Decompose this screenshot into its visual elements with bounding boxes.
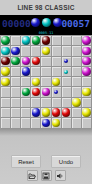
board-cell[interactable]: [41, 46, 51, 56]
next-ball-cyan: [42, 18, 51, 27]
ball-red[interactable]: [32, 57, 41, 66]
score-bar: 00000 00057 0005-11: [0, 15, 92, 35]
board-cell[interactable]: [52, 108, 62, 118]
folder-icon: [28, 172, 36, 180]
board-cell[interactable]: [72, 108, 82, 118]
ball-dark_red[interactable]: [1, 57, 10, 66]
board-cell[interactable]: [62, 57, 72, 67]
board-cell[interactable]: [62, 36, 72, 46]
page-title: LINE 98 CLASSIC: [17, 4, 74, 11]
board-cell[interactable]: [31, 77, 41, 87]
board-cell[interactable]: [52, 57, 62, 67]
board-cell[interactable]: [31, 67, 41, 77]
board-cell[interactable]: [82, 67, 92, 77]
board-cell[interactable]: [62, 46, 72, 56]
board-cell[interactable]: [11, 108, 21, 118]
board-cell[interactable]: [62, 77, 72, 87]
board-cell[interactable]: [21, 87, 31, 97]
board-cell[interactable]: [72, 46, 82, 56]
board-cell[interactable]: [31, 108, 41, 118]
ball-yellow[interactable]: [42, 47, 51, 56]
ball-yellow[interactable]: [82, 88, 91, 97]
board-cell[interactable]: [21, 36, 31, 46]
ball-blue[interactable]: [32, 108, 41, 117]
board-cell[interactable]: [52, 77, 62, 87]
board-cell[interactable]: [41, 67, 51, 77]
ball-yellow[interactable]: [52, 119, 61, 128]
ball-dark_red[interactable]: [42, 36, 51, 45]
board-cell[interactable]: [31, 57, 41, 67]
board-cell[interactable]: [21, 108, 31, 118]
board-cell[interactable]: [1, 118, 11, 128]
board-cell[interactable]: [1, 46, 11, 56]
board-cell[interactable]: [82, 77, 92, 87]
board-cell[interactable]: [11, 57, 21, 67]
ball-magenta[interactable]: [82, 36, 91, 45]
ball-green[interactable]: [11, 57, 20, 66]
board-cell[interactable]: [41, 98, 51, 108]
board: [0, 35, 92, 129]
board-cell[interactable]: [21, 46, 31, 56]
board-cell[interactable]: [11, 67, 21, 77]
board-cell[interactable]: [52, 67, 62, 77]
board-cell[interactable]: [31, 87, 41, 97]
board-cell[interactable]: [1, 77, 11, 87]
board-cell[interactable]: [41, 108, 51, 118]
preview-dot-cyan: [64, 70, 68, 74]
board-cell[interactable]: [82, 108, 92, 118]
next-ball-blue: [53, 18, 62, 27]
board-cell[interactable]: [11, 98, 21, 108]
ball-yellow[interactable]: [82, 108, 91, 117]
button-row: Reset Undo: [0, 155, 92, 168]
board-cell[interactable]: [62, 87, 72, 97]
board-cell[interactable]: [72, 57, 82, 67]
floppy-icon: [42, 172, 50, 180]
board-cell[interactable]: [21, 77, 31, 87]
ball-green[interactable]: [1, 36, 10, 45]
icon-button-row: [0, 170, 92, 181]
board-cell[interactable]: [41, 57, 51, 67]
ball-blue[interactable]: [22, 67, 31, 76]
ball-green[interactable]: [32, 36, 41, 45]
board-cell[interactable]: [52, 46, 62, 56]
undo-button[interactable]: Undo: [51, 155, 81, 168]
board-cell[interactable]: [82, 118, 92, 128]
board-cell[interactable]: [21, 67, 31, 77]
ball-cyan[interactable]: [22, 36, 31, 45]
board-cell[interactable]: [1, 36, 11, 46]
board-cell[interactable]: [41, 36, 51, 46]
ball-cyan[interactable]: [1, 47, 10, 56]
open-button[interactable]: [27, 170, 38, 181]
ball-magenta[interactable]: [82, 57, 91, 66]
board-cell[interactable]: [72, 77, 82, 87]
ball-blue[interactable]: [11, 47, 20, 56]
ball-yellow[interactable]: [1, 78, 10, 87]
board-cell[interactable]: [62, 118, 72, 128]
ball-red[interactable]: [32, 88, 41, 97]
board-cell[interactable]: [62, 108, 72, 118]
board-cell[interactable]: [82, 87, 92, 97]
preview-dot-blue: [64, 59, 68, 63]
ball-red[interactable]: [52, 108, 61, 117]
board-cell[interactable]: [72, 67, 82, 77]
board-cell[interactable]: [82, 46, 92, 56]
board-cell[interactable]: [1, 57, 11, 67]
board-cell[interactable]: [62, 67, 72, 77]
board-cell[interactable]: [82, 98, 92, 108]
ball-magenta[interactable]: [42, 88, 51, 97]
board-cell[interactable]: [11, 118, 21, 128]
ball-magenta[interactable]: [22, 57, 31, 66]
board-cell[interactable]: [21, 118, 31, 128]
board-cell[interactable]: [31, 118, 41, 128]
board-cell[interactable]: [52, 98, 62, 108]
ball-yellow[interactable]: [1, 67, 10, 76]
board-cell[interactable]: [21, 98, 31, 108]
board-cell[interactable]: [72, 98, 82, 108]
board-cell[interactable]: [41, 77, 51, 87]
ball-yellow[interactable]: [72, 98, 81, 107]
reset-button[interactable]: Reset: [11, 155, 41, 168]
board-cell[interactable]: [72, 87, 82, 97]
ball-magenta[interactable]: [82, 67, 91, 76]
ball-magenta[interactable]: [82, 47, 91, 56]
speaker-icon: [56, 172, 64, 180]
next-ball-blue: [31, 18, 40, 27]
sound-button[interactable]: [55, 170, 66, 181]
board-cell[interactable]: [82, 57, 92, 67]
board-cell[interactable]: [11, 77, 21, 87]
board-cell[interactable]: [52, 36, 62, 46]
board-cell[interactable]: [31, 36, 41, 46]
preview-dot-blue: [54, 90, 58, 94]
ball-blue[interactable]: [42, 119, 51, 128]
board-cell[interactable]: [21, 57, 31, 67]
board-cell[interactable]: [41, 118, 51, 128]
ball-yellow[interactable]: [52, 78, 61, 87]
title-bar: LINE 98 CLASSIC: [0, 0, 92, 15]
board-cell[interactable]: [31, 98, 41, 108]
board-cell[interactable]: [11, 46, 21, 56]
board-cell[interactable]: [31, 46, 41, 56]
board-cell[interactable]: [1, 98, 11, 108]
ball-yellow[interactable]: [42, 108, 51, 117]
bottom-panel: Reset Undo: [0, 129, 92, 184]
save-button[interactable]: [41, 170, 52, 181]
board-cell[interactable]: [1, 108, 11, 118]
high-score: 00057: [61, 18, 90, 29]
ball-red[interactable]: [62, 108, 71, 117]
board-cell[interactable]: [1, 87, 11, 97]
ball-yellow[interactable]: [32, 78, 41, 87]
board-cell[interactable]: [11, 87, 21, 97]
board-cell[interactable]: [11, 36, 21, 46]
timer-text: 0005-11: [19, 31, 72, 35]
board-cell[interactable]: [72, 36, 82, 46]
board-cell[interactable]: [82, 36, 92, 46]
board-cell[interactable]: [52, 118, 62, 128]
board-cell[interactable]: [72, 118, 82, 128]
board-cell[interactable]: [41, 87, 51, 97]
board-cell[interactable]: [52, 87, 62, 97]
board-cell[interactable]: [62, 98, 72, 108]
board-cell[interactable]: [1, 67, 11, 77]
ball-green[interactable]: [22, 88, 31, 97]
